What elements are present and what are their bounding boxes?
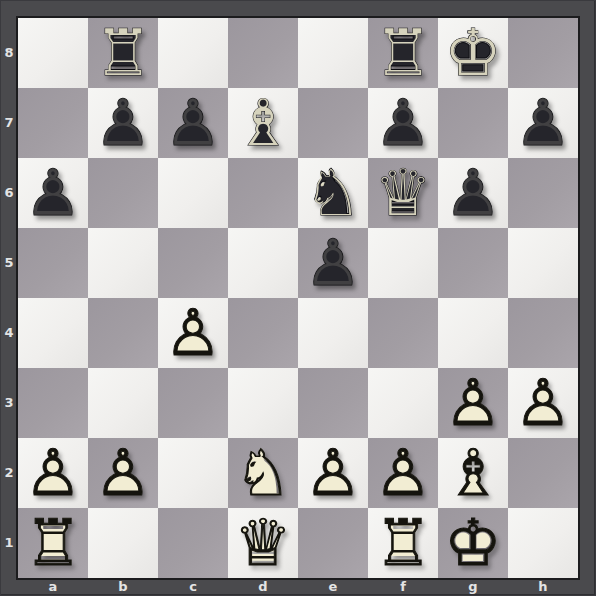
rank-label-5: 5	[0, 228, 18, 298]
square-g4[interactable]	[438, 298, 508, 368]
square-b1[interactable]	[88, 508, 158, 578]
black-rook-f8[interactable]: ♜♖	[368, 18, 438, 88]
rank-label-3: 3	[0, 368, 18, 438]
square-h4[interactable]	[508, 298, 578, 368]
square-g6[interactable]: ♟♙	[438, 158, 508, 228]
square-a4[interactable]	[18, 298, 88, 368]
white-rook-a1[interactable]: ♜♖	[18, 508, 88, 578]
square-d2[interactable]: ♞♘	[228, 438, 298, 508]
square-f7[interactable]: ♟♙	[368, 88, 438, 158]
black-rook-b8[interactable]: ♜♖	[88, 18, 158, 88]
square-g3[interactable]: ♟♙	[438, 368, 508, 438]
white-queen-d1[interactable]: ♛♕	[228, 508, 298, 578]
square-g1[interactable]: ♚♔	[438, 508, 508, 578]
square-b8[interactable]: ♜♖	[88, 18, 158, 88]
square-a8[interactable]	[18, 18, 88, 88]
square-e4[interactable]	[298, 298, 368, 368]
white-pawn-b2[interactable]: ♟♙	[88, 438, 158, 508]
square-b3[interactable]	[88, 368, 158, 438]
white-bishop-g2[interactable]: ♝♗	[438, 438, 508, 508]
square-f2[interactable]: ♟♙	[368, 438, 438, 508]
square-b5[interactable]	[88, 228, 158, 298]
square-c6[interactable]	[158, 158, 228, 228]
rank-label-6: 6	[0, 158, 18, 228]
file-label-g: g	[438, 578, 508, 596]
black-pawn-b7[interactable]: ♟♙	[88, 88, 158, 158]
square-a6[interactable]: ♟♙	[18, 158, 88, 228]
file-label-b: b	[88, 578, 158, 596]
square-c8[interactable]	[158, 18, 228, 88]
square-b7[interactable]: ♟♙	[88, 88, 158, 158]
file-label-h: h	[508, 578, 578, 596]
square-a3[interactable]	[18, 368, 88, 438]
black-king-g8[interactable]: ♚♔	[438, 18, 508, 88]
black-pawn-a6[interactable]: ♟♙	[18, 158, 88, 228]
white-pawn-g3[interactable]: ♟♙	[438, 368, 508, 438]
square-h8[interactable]	[508, 18, 578, 88]
square-b6[interactable]	[88, 158, 158, 228]
black-pawn-c7[interactable]: ♟♙	[158, 88, 228, 158]
square-b4[interactable]	[88, 298, 158, 368]
white-pawn-e2[interactable]: ♟♙	[298, 438, 368, 508]
white-pawn-a2[interactable]: ♟♙	[18, 438, 88, 508]
square-f1[interactable]: ♜♖	[368, 508, 438, 578]
square-a5[interactable]	[18, 228, 88, 298]
square-f3[interactable]	[368, 368, 438, 438]
square-c7[interactable]: ♟♙	[158, 88, 228, 158]
file-label-f: f	[368, 578, 438, 596]
white-pawn-f2[interactable]: ♟♙	[368, 438, 438, 508]
square-c2[interactable]	[158, 438, 228, 508]
square-a1[interactable]: ♜♖	[18, 508, 88, 578]
file-label-e: e	[298, 578, 368, 596]
square-f8[interactable]: ♜♖	[368, 18, 438, 88]
square-d7[interactable]: ♝♗	[228, 88, 298, 158]
square-e2[interactable]: ♟♙	[298, 438, 368, 508]
square-d8[interactable]	[228, 18, 298, 88]
square-e8[interactable]	[298, 18, 368, 88]
black-bishop-d7[interactable]: ♝♗	[228, 88, 298, 158]
square-h1[interactable]	[508, 508, 578, 578]
file-label-d: d	[228, 578, 298, 596]
square-c1[interactable]	[158, 508, 228, 578]
rank-label-4: 4	[0, 298, 18, 368]
black-pawn-h7[interactable]: ♟♙	[508, 88, 578, 158]
square-d1[interactable]: ♛♕	[228, 508, 298, 578]
black-queen-f6[interactable]: ♛♕	[368, 158, 438, 228]
square-a7[interactable]	[18, 88, 88, 158]
chess-board: ♜♖♜♖♚♔♟♙♟♙♝♗♟♙♟♙♟♙♞♘♛♕♟♙♟♙♟♙♟♙♟♙♟♙♟♙♞♘♟♙…	[18, 18, 578, 578]
black-knight-e6[interactable]: ♞♘	[298, 158, 368, 228]
square-h6[interactable]	[508, 158, 578, 228]
square-e7[interactable]	[298, 88, 368, 158]
square-h3[interactable]: ♟♙	[508, 368, 578, 438]
rank-label-1: 1	[0, 508, 18, 578]
square-e1[interactable]	[298, 508, 368, 578]
black-pawn-g6[interactable]: ♟♙	[438, 158, 508, 228]
rank-label-7: 7	[0, 88, 18, 158]
square-f5[interactable]	[368, 228, 438, 298]
square-g2[interactable]: ♝♗	[438, 438, 508, 508]
file-label-c: c	[158, 578, 228, 596]
square-c4[interactable]: ♟♙	[158, 298, 228, 368]
black-pawn-f7[interactable]: ♟♙	[368, 88, 438, 158]
square-h5[interactable]	[508, 228, 578, 298]
white-pawn-c4[interactable]: ♟♙	[158, 298, 228, 368]
square-g5[interactable]	[438, 228, 508, 298]
square-f6[interactable]: ♛♕	[368, 158, 438, 228]
square-h7[interactable]: ♟♙	[508, 88, 578, 158]
rank-label-2: 2	[0, 438, 18, 508]
square-f4[interactable]	[368, 298, 438, 368]
rank-label-8: 8	[0, 18, 18, 88]
square-b2[interactable]: ♟♙	[88, 438, 158, 508]
square-c5[interactable]	[158, 228, 228, 298]
square-e3[interactable]	[298, 368, 368, 438]
white-knight-d2[interactable]: ♞♘	[228, 438, 298, 508]
square-e5[interactable]: ♟♙	[298, 228, 368, 298]
file-label-a: a	[18, 578, 88, 596]
square-d3[interactable]	[228, 368, 298, 438]
square-d5[interactable]	[228, 228, 298, 298]
square-e6[interactable]: ♞♘	[298, 158, 368, 228]
square-g7[interactable]	[438, 88, 508, 158]
white-rook-f1[interactable]: ♜♖	[368, 508, 438, 578]
square-d4[interactable]	[228, 298, 298, 368]
square-g8[interactable]: ♚♔	[438, 18, 508, 88]
white-pawn-h3[interactable]: ♟♙	[508, 368, 578, 438]
chess-board-frame: ♜♖♜♖♚♔♟♙♟♙♝♗♟♙♟♙♟♙♞♘♛♕♟♙♟♙♟♙♟♙♟♙♟♙♟♙♞♘♟♙…	[0, 0, 596, 596]
square-c3[interactable]	[158, 368, 228, 438]
black-pawn-e5[interactable]: ♟♙	[298, 228, 368, 298]
square-h2[interactable]	[508, 438, 578, 508]
white-king-g1[interactable]: ♚♔	[438, 508, 508, 578]
square-a2[interactable]: ♟♙	[18, 438, 88, 508]
square-d6[interactable]	[228, 158, 298, 228]
